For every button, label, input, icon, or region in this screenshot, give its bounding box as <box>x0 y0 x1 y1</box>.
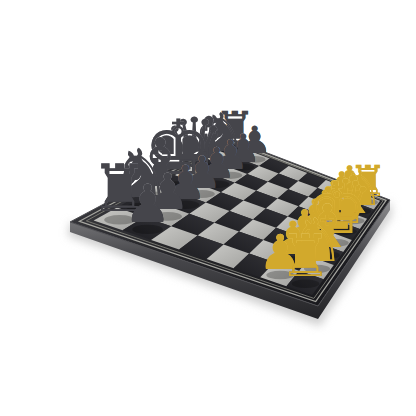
gold-rook: ♜ <box>279 227 331 285</box>
silver-rook: ♜ <box>214 106 256 153</box>
gold-knight: ♞ <box>339 164 382 213</box>
gold-rook: ♜ <box>349 160 387 203</box>
silver-pawn: ♟ <box>225 129 260 168</box>
gold-king: ♚ <box>306 175 368 244</box>
gold-pawn: ♟ <box>259 228 302 276</box>
silver-rook: ♜ <box>90 156 149 222</box>
silver-pawn: ♟ <box>124 178 171 231</box>
gold-pawn: ♟ <box>285 204 324 248</box>
gold-pawn: ♟ <box>307 185 343 225</box>
silver-pawn: ♟ <box>164 158 206 205</box>
gold-queen: ♛ <box>318 171 373 232</box>
gold-pawn: ♟ <box>296 194 333 236</box>
silver-king: ♚ <box>144 110 212 186</box>
silver-pawn: ♟ <box>145 168 190 218</box>
silver-pawn: ♟ <box>238 122 272 160</box>
gold-knight: ♞ <box>290 209 344 269</box>
silver-knight: ♞ <box>199 107 247 160</box>
silver-pawn: ♟ <box>212 135 249 176</box>
chess-set-photo: ♜♟♟♜♞♟♟♞♝♟♟♝♛♟♟♛♚♟♟♚♝♟♟♝♞♟♟♞♜♟♟♜ <box>0 0 416 416</box>
silver-queen: ♛ <box>164 109 225 177</box>
gold-pawn: ♟ <box>334 161 366 196</box>
silver-bishop: ♝ <box>131 130 191 197</box>
gold-pawn: ♟ <box>272 215 313 261</box>
pieces-layer: ♜♟♟♜♞♟♟♞♝♟♟♝♛♟♟♛♚♟♟♚♝♟♟♝♞♟♟♞♜♟♟♜ <box>0 0 416 416</box>
gold-bishop: ♝ <box>330 169 377 222</box>
silver-pawn: ♟ <box>198 142 236 185</box>
gold-bishop: ♝ <box>300 196 354 256</box>
silver-bishop: ♝ <box>183 110 235 168</box>
gold-pawn: ♟ <box>326 168 359 205</box>
silver-knight: ♞ <box>111 141 172 209</box>
silver-pawn: ♟ <box>182 150 222 195</box>
gold-pawn: ♟ <box>317 176 351 214</box>
